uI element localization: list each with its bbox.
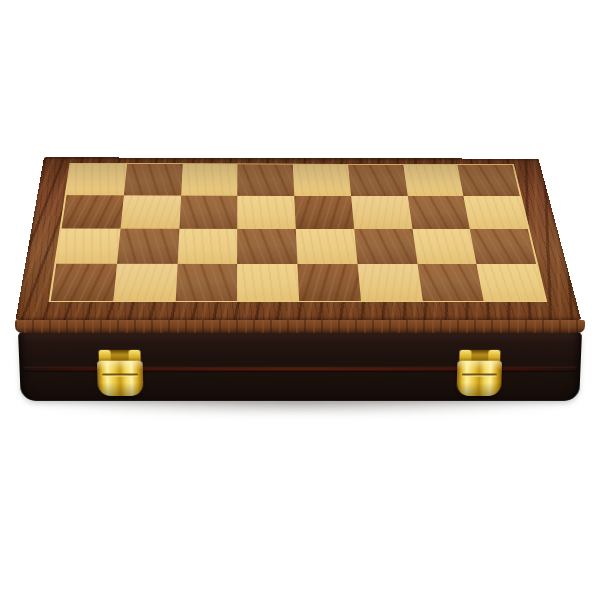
chess-box-scene [0, 0, 600, 600]
product-photo [0, 0, 600, 600]
board-square-dark [354, 229, 417, 264]
board-square-light [351, 196, 412, 229]
chessboard-lid-top [16, 157, 582, 320]
board-square-light [181, 164, 238, 195]
board-square-light [403, 165, 464, 196]
walnut-border-frame [16, 157, 582, 320]
board-square-dark [117, 229, 179, 264]
board-square-dark [175, 264, 237, 301]
lid-front-bevel [15, 320, 585, 333]
board-square-dark [237, 229, 297, 264]
board-square-dark [458, 165, 520, 196]
board-square-light [56, 228, 120, 263]
board-square-dark [51, 264, 117, 301]
board-square-light [293, 165, 351, 196]
board-square-dark [179, 196, 238, 229]
box-body [18, 332, 582, 401]
board-square-light [237, 264, 299, 301]
board-square-dark [297, 264, 360, 301]
board-square-light [113, 264, 177, 301]
brass-latch-left [97, 350, 144, 396]
board-square-dark [417, 264, 484, 301]
board-square-light [120, 195, 180, 228]
board-square-dark [407, 196, 470, 229]
board-square-dark [294, 196, 354, 229]
checkerboard [49, 163, 548, 302]
latch-hinge-icon [459, 350, 500, 361]
latch-hinge-icon [99, 350, 141, 361]
board-square-dark [470, 229, 536, 264]
board-square-light [477, 264, 545, 301]
board-square-light [357, 264, 422, 301]
board-square-light [464, 196, 528, 229]
board-square-light [412, 229, 477, 264]
board-square-light [296, 229, 358, 264]
board-square-dark [62, 195, 124, 228]
latch-clasp-icon [456, 361, 502, 396]
latch-clasp-icon [97, 361, 144, 396]
board-square-light [67, 164, 127, 196]
board-square-dark [238, 164, 295, 195]
board-square-light [237, 196, 295, 229]
brass-latch-right [456, 350, 502, 396]
board-square-light [177, 229, 237, 264]
board-square-dark [124, 164, 183, 195]
board-square-dark [348, 165, 407, 196]
